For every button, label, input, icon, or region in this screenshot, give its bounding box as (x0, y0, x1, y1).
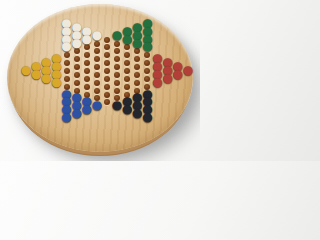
hole-icon (84, 84, 90, 90)
board-hole[interactable] (92, 87, 102, 95)
hole-icon (104, 44, 110, 50)
blue-peg[interactable]: ● (92, 100, 102, 112)
hole-icon (94, 64, 100, 70)
hole-icon (104, 76, 110, 82)
hole-icon (74, 56, 80, 62)
yellow-peg[interactable]: ● (51, 76, 61, 88)
hole-icon (74, 72, 80, 78)
board-hole[interactable] (102, 51, 112, 59)
board-hole[interactable] (112, 71, 122, 79)
board-hole[interactable] (132, 71, 142, 79)
hole-icon (94, 56, 100, 62)
board-hole[interactable] (102, 44, 112, 52)
board-hole[interactable]: ● (92, 102, 102, 110)
hole-icon (134, 72, 140, 78)
board-hole[interactable]: ● (21, 67, 31, 75)
board-hole[interactable]: ● (132, 110, 142, 118)
hole-icon (114, 48, 120, 54)
hole-icon (104, 84, 110, 90)
board-hole[interactable]: ● (72, 110, 82, 118)
hole-icon (114, 56, 120, 62)
green-peg[interactable]: ● (122, 33, 132, 45)
board-hole[interactable] (112, 79, 122, 87)
hole-icon (144, 68, 150, 74)
hole-icon (134, 80, 140, 86)
hole-icon (104, 99, 110, 105)
board-hole[interactable] (61, 67, 71, 75)
board-hole[interactable]: ● (183, 67, 193, 75)
board-hole[interactable]: ● (112, 32, 122, 40)
green-peg[interactable]: ● (112, 29, 122, 41)
red-peg[interactable]: ● (162, 72, 172, 84)
board-hole[interactable] (92, 55, 102, 63)
board-hole[interactable]: ● (153, 79, 163, 87)
board-hole[interactable] (72, 63, 82, 71)
board-hole[interactable] (142, 67, 152, 75)
hole-icon (114, 80, 120, 86)
board-hole[interactable] (102, 91, 112, 99)
yellow-peg[interactable]: ● (31, 68, 41, 80)
black-peg[interactable]: ● (142, 111, 152, 123)
hole-icon (114, 88, 120, 94)
board-hole[interactable] (102, 83, 112, 91)
board-hole[interactable] (72, 79, 82, 87)
board-hole[interactable] (122, 51, 132, 59)
board-hole[interactable] (92, 47, 102, 55)
board-hole[interactable] (61, 75, 71, 83)
hole-icon (124, 84, 130, 90)
board-hole[interactable]: ● (72, 40, 82, 48)
board-hole[interactable] (92, 63, 102, 71)
game-board: ●●●●●●●●●●●●●●●●●●●●●●●●●●●●●●●●●●●●●●●●… (7, 4, 193, 152)
board-hole[interactable]: ● (82, 106, 92, 114)
hole-icon (64, 60, 70, 66)
hole-icon (94, 88, 100, 94)
hole-icon (104, 60, 110, 66)
hole-icon (74, 80, 80, 86)
board-hole[interactable] (112, 63, 122, 71)
photo-scene: ●●●●●●●●●●●●●●●●●●●●●●●●●●●●●●●●●●●●●●●●… (0, 0, 200, 161)
board-hole[interactable]: ● (173, 71, 183, 79)
board-hole[interactable] (112, 47, 122, 55)
hole-icon (114, 64, 120, 70)
board-hole[interactable] (82, 67, 92, 75)
black-peg[interactable]: ● (122, 104, 132, 116)
hole-icon (134, 64, 140, 70)
board-hole[interactable] (122, 83, 132, 91)
board-hole[interactable] (112, 55, 122, 63)
board-hole[interactable] (122, 67, 132, 75)
board-hole[interactable] (82, 59, 92, 67)
board-hole[interactable] (142, 59, 152, 67)
board-hole[interactable] (102, 36, 112, 44)
blue-peg[interactable]: ● (71, 108, 81, 120)
board-hole[interactable] (61, 59, 71, 67)
board-hole[interactable] (112, 87, 122, 95)
board-hole[interactable]: ● (82, 36, 92, 44)
white-peg[interactable]: ● (61, 41, 71, 53)
green-peg[interactable]: ● (142, 41, 152, 53)
board-hole[interactable]: ● (51, 79, 61, 87)
board-hole[interactable] (82, 75, 92, 83)
hole-icon (84, 60, 90, 66)
board-hole[interactable] (132, 55, 142, 63)
red-peg[interactable]: ● (183, 64, 193, 76)
board-hole[interactable] (92, 71, 102, 79)
white-peg[interactable]: ● (82, 33, 92, 45)
red-peg[interactable]: ● (173, 68, 183, 80)
hole-icon (94, 48, 100, 54)
board-hole[interactable]: ● (31, 71, 41, 79)
board-hole[interactable]: ● (61, 114, 71, 122)
board-hole[interactable]: ● (122, 36, 132, 44)
hole-icon (124, 68, 130, 74)
board-hole[interactable] (142, 75, 152, 83)
board-hole[interactable] (102, 67, 112, 75)
hole-icon (94, 72, 100, 78)
hole-icon (114, 72, 120, 78)
blue-peg[interactable]: ● (61, 111, 71, 123)
board-hole[interactable] (102, 59, 112, 67)
hole-icon (84, 68, 90, 74)
board-hole[interactable]: ● (142, 44, 152, 52)
hole-icon (84, 52, 90, 58)
board-hole[interactable]: ● (92, 32, 102, 40)
board-hole[interactable] (132, 79, 142, 87)
board-hole[interactable]: ● (132, 40, 142, 48)
board-hole[interactable]: ● (112, 102, 122, 110)
hole-icon (144, 60, 150, 66)
yellow-peg[interactable]: ● (41, 72, 51, 84)
white-peg[interactable]: ● (92, 29, 102, 41)
hole-icon (84, 76, 90, 82)
hole-icon (124, 76, 130, 82)
hole-icon (124, 60, 130, 66)
white-peg[interactable]: ● (71, 37, 81, 49)
blue-peg[interactable]: ● (82, 104, 92, 116)
board-hole[interactable]: ● (41, 75, 51, 83)
green-peg[interactable]: ● (132, 37, 142, 49)
board-hole[interactable] (82, 51, 92, 59)
yellow-peg[interactable]: ● (21, 64, 31, 76)
hole-icon (104, 92, 110, 98)
board-hole[interactable] (132, 63, 142, 71)
hole-icon (104, 52, 110, 58)
board-hole[interactable]: ● (61, 44, 71, 52)
board-hole[interactable]: ● (122, 106, 132, 114)
board-hole[interactable] (122, 75, 132, 83)
board-grid: ●●●●●●●●●●●●●●●●●●●●●●●●●●●●●●●●●●●●●●●●… (21, 20, 193, 122)
hole-icon (74, 64, 80, 70)
black-peg[interactable]: ● (112, 100, 122, 112)
board-hole[interactable] (72, 71, 82, 79)
board-hole[interactable] (102, 98, 112, 106)
hole-icon (64, 76, 70, 82)
hole-icon (134, 56, 140, 62)
hole-icon (94, 80, 100, 86)
board-hole[interactable]: ● (163, 75, 173, 83)
hole-icon (144, 76, 150, 82)
black-peg[interactable]: ● (132, 108, 142, 120)
board-hole[interactable]: ● (142, 114, 152, 122)
hole-icon (64, 68, 70, 74)
board-hole[interactable] (102, 75, 112, 83)
hole-icon (124, 52, 130, 58)
hole-icon (104, 37, 110, 43)
hole-icon (104, 68, 110, 74)
board-hole[interactable] (122, 59, 132, 67)
board-hole[interactable] (82, 83, 92, 91)
red-peg[interactable]: ● (152, 76, 162, 88)
board-hole[interactable] (72, 55, 82, 63)
board-hole[interactable] (92, 79, 102, 87)
